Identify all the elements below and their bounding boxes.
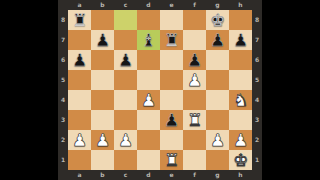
square-g3[interactable] (206, 110, 229, 130)
rank-label-5: 5 (252, 70, 262, 90)
file-label-d: d (137, 0, 160, 10)
square-c8[interactable] (114, 10, 137, 30)
rank-labels-left: 87654321 (58, 10, 68, 170)
piece-white-pawn[interactable]: ♟ (118, 130, 133, 150)
piece-white-knight[interactable]: ♞ (233, 90, 248, 110)
square-a5[interactable] (68, 70, 91, 90)
piece-white-pawn[interactable]: ♟ (210, 130, 225, 150)
square-b5[interactable] (91, 70, 114, 90)
piece-white-pawn[interactable]: ♟ (233, 130, 248, 150)
square-a7[interactable] (68, 30, 91, 50)
square-g2[interactable]: ♟ (206, 130, 229, 150)
piece-black-pawn[interactable]: ♟ (72, 50, 87, 70)
square-c5[interactable] (114, 70, 137, 90)
square-c3[interactable] (114, 110, 137, 130)
file-label-g: g (206, 0, 229, 10)
square-h8[interactable] (229, 10, 252, 30)
square-f8[interactable] (183, 10, 206, 30)
square-g8[interactable]: ♚ (206, 10, 229, 30)
rank-label-7: 7 (58, 30, 68, 50)
square-h7[interactable]: ♟ (229, 30, 252, 50)
square-f5[interactable]: ♟ (183, 70, 206, 90)
square-g4[interactable] (206, 90, 229, 110)
file-label-d: d (137, 170, 160, 180)
rank-label-2: 2 (58, 130, 68, 150)
square-h3[interactable] (229, 110, 252, 130)
piece-white-pawn[interactable]: ♟ (72, 130, 87, 150)
square-e8[interactable] (160, 10, 183, 30)
square-h6[interactable] (229, 50, 252, 70)
square-g1[interactable] (206, 150, 229, 170)
piece-black-pawn[interactable]: ♟ (118, 50, 133, 70)
square-b6[interactable] (91, 50, 114, 70)
piece-black-pawn[interactable]: ♟ (187, 50, 202, 70)
piece-white-king[interactable]: ♚ (233, 150, 248, 170)
square-d6[interactable] (137, 50, 160, 70)
square-b8[interactable] (91, 10, 114, 30)
square-c7[interactable] (114, 30, 137, 50)
rank-label-1: 1 (58, 150, 68, 170)
square-c6[interactable]: ♟ (114, 50, 137, 70)
square-a4[interactable] (68, 90, 91, 110)
square-c4[interactable] (114, 90, 137, 110)
piece-black-pawn[interactable]: ♟ (210, 30, 225, 50)
square-f4[interactable] (183, 90, 206, 110)
piece-white-pawn[interactable]: ♟ (187, 70, 202, 90)
rank-label-2: 2 (252, 130, 262, 150)
chess-board[interactable]: ♜♚♟♝♜♟♟♟♟♟♟♟♞♟♜♟♟♟♟♟♜♚ (68, 10, 252, 170)
file-label-g: g (206, 170, 229, 180)
square-d8[interactable] (137, 10, 160, 30)
square-h1[interactable]: ♚ (229, 150, 252, 170)
square-e6[interactable] (160, 50, 183, 70)
square-f6[interactable]: ♟ (183, 50, 206, 70)
file-label-e: e (160, 0, 183, 10)
file-label-c: c (114, 170, 137, 180)
rank-label-7: 7 (252, 30, 262, 50)
rank-label-1: 1 (252, 150, 262, 170)
piece-black-pawn[interactable]: ♟ (164, 110, 179, 130)
square-d2[interactable] (137, 130, 160, 150)
file-labels-top: abcdefgh (68, 0, 252, 10)
file-labels-bottom: abcdefgh (68, 170, 252, 180)
square-h2[interactable]: ♟ (229, 130, 252, 150)
square-e4[interactable] (160, 90, 183, 110)
piece-black-pawn[interactable]: ♟ (95, 30, 110, 50)
square-b4[interactable] (91, 90, 114, 110)
square-f3[interactable]: ♜ (183, 110, 206, 130)
file-label-c: c (114, 0, 137, 10)
square-c1[interactable] (114, 150, 137, 170)
square-g7[interactable]: ♟ (206, 30, 229, 50)
square-e7[interactable]: ♜ (160, 30, 183, 50)
file-label-f: f (183, 0, 206, 10)
square-a3[interactable] (68, 110, 91, 130)
file-label-b: b (91, 0, 114, 10)
square-d5[interactable] (137, 70, 160, 90)
square-g5[interactable] (206, 70, 229, 90)
square-e5[interactable] (160, 70, 183, 90)
file-label-h: h (229, 170, 252, 180)
square-d1[interactable] (137, 150, 160, 170)
rank-label-8: 8 (252, 10, 262, 30)
square-h5[interactable] (229, 70, 252, 90)
square-f7[interactable] (183, 30, 206, 50)
rank-label-6: 6 (58, 50, 68, 70)
piece-black-rook[interactable]: ♜ (164, 30, 179, 50)
square-b3[interactable] (91, 110, 114, 130)
rank-label-8: 8 (58, 10, 68, 30)
square-d4[interactable]: ♟ (137, 90, 160, 110)
piece-white-pawn[interactable]: ♟ (95, 130, 110, 150)
square-e3[interactable]: ♟ (160, 110, 183, 130)
square-d7[interactable]: ♝ (137, 30, 160, 50)
file-label-f: f (183, 170, 206, 180)
square-a2[interactable]: ♟ (68, 130, 91, 150)
square-g6[interactable] (206, 50, 229, 70)
piece-white-pawn[interactable]: ♟ (141, 90, 156, 110)
file-label-h: h (229, 0, 252, 10)
piece-black-rook[interactable]: ♜ (72, 10, 87, 30)
piece-black-pawn[interactable]: ♟ (233, 30, 248, 50)
square-b7[interactable]: ♟ (91, 30, 114, 50)
rank-label-6: 6 (252, 50, 262, 70)
square-a1[interactable] (68, 150, 91, 170)
piece-white-rook[interactable]: ♜ (164, 150, 179, 170)
square-f1[interactable] (183, 150, 206, 170)
piece-black-bishop[interactable]: ♝ (141, 30, 156, 50)
rank-label-4: 4 (58, 90, 68, 110)
square-c2[interactable]: ♟ (114, 130, 137, 150)
rank-label-3: 3 (58, 110, 68, 130)
square-a6[interactable]: ♟ (68, 50, 91, 70)
file-label-a: a (68, 0, 91, 10)
square-h4[interactable]: ♞ (229, 90, 252, 110)
file-label-a: a (68, 170, 91, 180)
file-label-e: e (160, 170, 183, 180)
square-e1[interactable]: ♜ (160, 150, 183, 170)
square-b2[interactable]: ♟ (91, 130, 114, 150)
rank-label-3: 3 (252, 110, 262, 130)
rank-label-4: 4 (252, 90, 262, 110)
piece-black-king[interactable]: ♚ (210, 10, 225, 30)
piece-white-rook[interactable]: ♜ (187, 110, 202, 130)
rank-labels-right: 87654321 (252, 10, 262, 170)
square-d3[interactable] (137, 110, 160, 130)
square-a8[interactable]: ♜ (68, 10, 91, 30)
square-e2[interactable] (160, 130, 183, 150)
screenshot-canvas: abcdefgh 87654321 ♜♚♟♝♜♟♟♟♟♟♟♟♞♟♜♟♟♟♟♟♜♚… (0, 0, 320, 180)
rank-label-5: 5 (58, 70, 68, 90)
square-b1[interactable] (91, 150, 114, 170)
square-f2[interactable] (183, 130, 206, 150)
file-label-b: b (91, 170, 114, 180)
